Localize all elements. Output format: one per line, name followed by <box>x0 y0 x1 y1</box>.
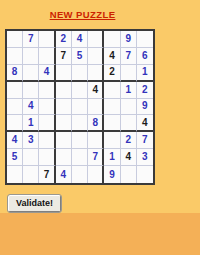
sudoku-cell[interactable] <box>39 149 55 166</box>
sudoku-cell[interactable]: 4 <box>88 82 104 99</box>
sudoku-grid: 724975476842141249184432757143749 <box>5 29 155 185</box>
sudoku-cell[interactable] <box>72 99 88 116</box>
sudoku-cell[interactable] <box>121 65 137 82</box>
sudoku-cell[interactable]: 5 <box>72 48 88 65</box>
sudoku-cell[interactable]: 4 <box>39 65 55 82</box>
sudoku-cell[interactable] <box>104 31 120 48</box>
sudoku-cell[interactable] <box>72 132 88 149</box>
validate-button[interactable]: Validate! <box>8 195 61 212</box>
sudoku-cell[interactable]: 7 <box>137 132 153 149</box>
sudoku-cell[interactable] <box>39 31 55 48</box>
sudoku-cell[interactable] <box>23 48 39 65</box>
sudoku-cell[interactable] <box>39 99 55 116</box>
sudoku-cell[interactable]: 1 <box>104 149 120 166</box>
sudoku-cell[interactable]: 7 <box>56 48 72 65</box>
sudoku-cell[interactable] <box>88 65 104 82</box>
sudoku-cell[interactable]: 8 <box>7 65 23 82</box>
sudoku-cell[interactable]: 1 <box>121 82 137 99</box>
sudoku-cell[interactable] <box>88 99 104 116</box>
sudoku-cell[interactable]: 1 <box>137 65 153 82</box>
sudoku-cell[interactable] <box>56 149 72 166</box>
sudoku-cell[interactable]: 5 <box>7 149 23 166</box>
sudoku-cell[interactable] <box>72 115 88 132</box>
sudoku-cell[interactable] <box>56 65 72 82</box>
sudoku-cell[interactable] <box>121 115 137 132</box>
sudoku-cell[interactable]: 4 <box>7 132 23 149</box>
sudoku-cell[interactable]: 4 <box>23 99 39 116</box>
sudoku-cell[interactable] <box>72 166 88 183</box>
sudoku-cell[interactable] <box>104 99 120 116</box>
sudoku-cell[interactable] <box>39 132 55 149</box>
sudoku-cell[interactable]: 8 <box>88 115 104 132</box>
sudoku-cell[interactable] <box>56 99 72 116</box>
sudoku-cell[interactable] <box>72 65 88 82</box>
sudoku-cell[interactable] <box>72 149 88 166</box>
sudoku-cell[interactable]: 7 <box>23 31 39 48</box>
sudoku-cell[interactable]: 4 <box>56 166 72 183</box>
sudoku-cell[interactable] <box>88 31 104 48</box>
sudoku-cell[interactable]: 7 <box>88 149 104 166</box>
sudoku-cell[interactable] <box>72 82 88 99</box>
sudoku-cell[interactable] <box>56 132 72 149</box>
page-title: NEW PUZZLE <box>50 9 116 20</box>
sudoku-cell[interactable]: 2 <box>56 31 72 48</box>
sudoku-cell[interactable] <box>104 82 120 99</box>
sudoku-cell[interactable]: 9 <box>104 166 120 183</box>
sudoku-cell[interactable] <box>23 65 39 82</box>
sudoku-cell[interactable]: 4 <box>104 48 120 65</box>
sudoku-cell[interactable]: 9 <box>121 31 137 48</box>
sudoku-cell[interactable] <box>7 31 23 48</box>
sudoku-cell[interactable] <box>7 82 23 99</box>
sudoku-cell[interactable] <box>88 132 104 149</box>
sudoku-cell[interactable]: 6 <box>137 48 153 65</box>
sudoku-cell[interactable] <box>121 99 137 116</box>
sudoku-cell[interactable] <box>88 48 104 65</box>
sudoku-cell[interactable]: 2 <box>121 132 137 149</box>
sudoku-cell[interactable]: 7 <box>39 166 55 183</box>
sudoku-cell[interactable] <box>7 115 23 132</box>
sudoku-cell[interactable] <box>121 166 137 183</box>
sudoku-cell[interactable]: 3 <box>23 132 39 149</box>
sudoku-cell[interactable]: 4 <box>137 115 153 132</box>
sudoku-cell[interactable] <box>88 166 104 183</box>
sudoku-cell[interactable]: 9 <box>137 99 153 116</box>
sudoku-cell[interactable] <box>56 82 72 99</box>
sudoku-cell[interactable] <box>7 99 23 116</box>
sudoku-cell[interactable] <box>104 115 120 132</box>
sudoku-cell[interactable] <box>23 166 39 183</box>
sudoku-cell[interactable]: 4 <box>72 31 88 48</box>
sudoku-cell[interactable] <box>39 115 55 132</box>
sudoku-cell[interactable] <box>7 48 23 65</box>
footer-strip <box>0 213 200 255</box>
sudoku-cell[interactable] <box>23 82 39 99</box>
sudoku-cell[interactable] <box>137 31 153 48</box>
sudoku-cell[interactable] <box>39 48 55 65</box>
sudoku-cell[interactable] <box>23 149 39 166</box>
sudoku-cell[interactable]: 3 <box>137 149 153 166</box>
sudoku-cell[interactable]: 2 <box>137 82 153 99</box>
sudoku-cell[interactable]: 4 <box>121 149 137 166</box>
sudoku-cell[interactable] <box>39 82 55 99</box>
sudoku-cell[interactable] <box>104 132 120 149</box>
title-bar: NEW PUZZLE <box>0 4 165 22</box>
sudoku-cell[interactable] <box>137 166 153 183</box>
sudoku-cell[interactable]: 7 <box>121 48 137 65</box>
sudoku-cell[interactable]: 2 <box>104 65 120 82</box>
sudoku-cell[interactable] <box>56 115 72 132</box>
sudoku-cell[interactable] <box>7 166 23 183</box>
sudoku-cell[interactable]: 1 <box>23 115 39 132</box>
